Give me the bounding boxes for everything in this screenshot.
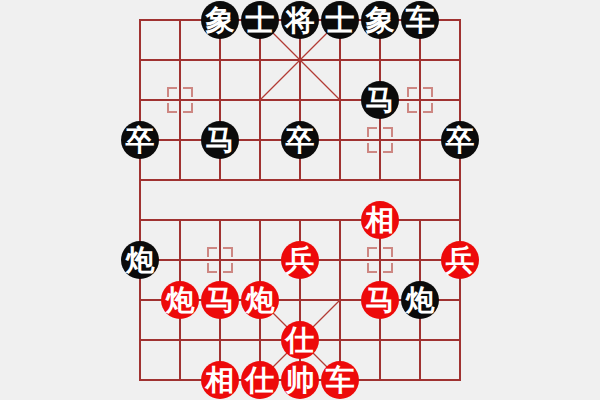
piece-black-advisor[interactable]: 士 — [321, 1, 359, 39]
piece-black-soldier[interactable]: 卒 — [121, 121, 159, 159]
piece-red-cannon[interactable]: 炮 — [241, 281, 279, 319]
piece-black-horse[interactable]: 马 — [201, 121, 239, 159]
piece-black-soldier[interactable]: 卒 — [441, 121, 479, 159]
piece-black-soldier[interactable]: 卒 — [281, 121, 319, 159]
piece-black-elephant[interactable]: 象 — [201, 1, 239, 39]
piece-black-horse[interactable]: 马 — [361, 81, 399, 119]
piece-red-chariot[interactable]: 车 — [321, 361, 359, 399]
piece-red-horse[interactable]: 马 — [361, 281, 399, 319]
piece-black-cannon[interactable]: 炮 — [401, 281, 439, 319]
piece-red-horse[interactable]: 马 — [201, 281, 239, 319]
piece-black-elephant[interactable]: 象 — [361, 1, 399, 39]
piece-red-advisor[interactable]: 仕 — [241, 361, 279, 399]
piece-black-cannon[interactable]: 炮 — [121, 241, 159, 279]
piece-black-chariot[interactable]: 车 — [401, 1, 439, 39]
piece-red-cannon[interactable]: 炮 — [161, 281, 199, 319]
piece-red-soldier[interactable]: 兵 — [441, 241, 479, 279]
piece-red-elephant[interactable]: 相 — [201, 361, 239, 399]
piece-black-advisor[interactable]: 士 — [241, 1, 279, 39]
xiangqi-board: 象士将士象车马卒马卒卒炮炮相兵兵炮马炮马仕相仕帅车 — [0, 0, 600, 400]
piece-red-elephant[interactable]: 相 — [361, 201, 399, 239]
piece-red-general[interactable]: 帅 — [281, 361, 319, 399]
piece-black-general[interactable]: 将 — [281, 1, 319, 39]
piece-red-soldier[interactable]: 兵 — [281, 241, 319, 279]
piece-red-advisor[interactable]: 仕 — [281, 321, 319, 359]
